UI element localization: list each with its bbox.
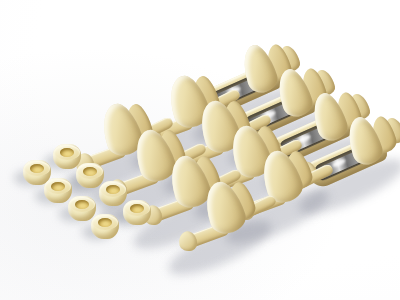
product-photo bbox=[0, 0, 400, 300]
grommet-hole bbox=[51, 182, 65, 191]
grommet-hole bbox=[83, 167, 97, 176]
grommet-hole bbox=[75, 200, 89, 209]
grommet-hole bbox=[30, 164, 44, 173]
grommet-piece bbox=[91, 214, 119, 240]
grommet-hole bbox=[130, 204, 144, 213]
grommet-hole bbox=[106, 185, 120, 194]
grommet-hole bbox=[60, 148, 74, 157]
grommet-piece bbox=[123, 200, 151, 226]
grommet-hole bbox=[98, 218, 112, 227]
